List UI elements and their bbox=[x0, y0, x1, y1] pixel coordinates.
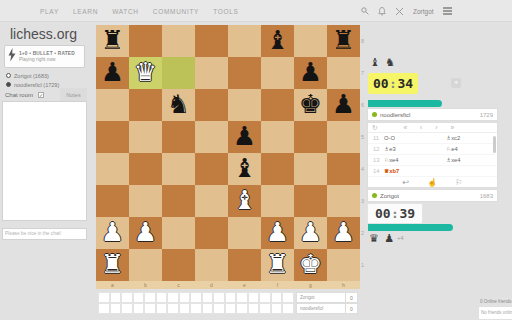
resign-flag-icon[interactable]: ⚐ bbox=[455, 178, 462, 188]
black-rook-h8[interactable]: ♜ bbox=[327, 25, 360, 57]
square-h3[interactable] bbox=[327, 185, 360, 217]
nav-link-tools[interactable]: TOOLS bbox=[213, 8, 238, 15]
bullet-lightning-icon bbox=[8, 48, 16, 66]
white-pawn-h2[interactable]: ♟ bbox=[327, 217, 360, 249]
online-dot bbox=[372, 112, 377, 117]
tray-cell bbox=[133, 292, 145, 303]
game-actions: ↩ ☝ ⚐ bbox=[368, 177, 497, 188]
white-pawn-b2[interactable]: ♟ bbox=[129, 217, 162, 249]
black-pawn-g7[interactable]: ♟ bbox=[294, 57, 327, 89]
captured-pieces-tray bbox=[98, 292, 294, 314]
square-c4[interactable] bbox=[162, 153, 195, 185]
add-time-button[interactable]: + bbox=[451, 78, 461, 88]
tray-cell bbox=[190, 303, 202, 314]
square-b8[interactable] bbox=[129, 25, 162, 57]
black-rook-a8[interactable]: ♜ bbox=[96, 25, 129, 57]
square-h8[interactable]: ♜ bbox=[327, 25, 360, 57]
file-label-h: h bbox=[327, 281, 360, 289]
move-black[interactable]: ♗xc2 bbox=[446, 133, 497, 143]
tray-cell bbox=[110, 292, 122, 303]
square-f5[interactable] bbox=[261, 121, 294, 153]
file-label-f: f bbox=[261, 281, 294, 289]
square-f7[interactable] bbox=[261, 57, 294, 89]
tray-cell bbox=[202, 303, 214, 314]
white-bishop-e3[interactable]: ♝ bbox=[228, 185, 261, 217]
takeback-icon[interactable]: ↩ bbox=[403, 178, 410, 188]
prev-move-button[interactable]: ‹ bbox=[420, 124, 422, 131]
nav-link-community[interactable]: COMMUNITY bbox=[153, 8, 199, 15]
square-h1[interactable] bbox=[327, 249, 360, 281]
move-number: 11 bbox=[368, 133, 384, 143]
tab-notes[interactable]: Notes bbox=[60, 88, 87, 101]
square-c5[interactable] bbox=[162, 121, 195, 153]
square-g3[interactable] bbox=[294, 185, 327, 217]
move-list-scrollbar[interactable] bbox=[493, 136, 496, 153]
square-e2[interactable] bbox=[228, 217, 261, 249]
square-b4[interactable] bbox=[129, 153, 162, 185]
score-row: noodlersficl0 bbox=[296, 303, 358, 314]
tray-cell bbox=[179, 303, 191, 314]
move-row: 11O-O♗xc2 bbox=[368, 133, 497, 144]
top-right-controls: Zortgot bbox=[361, 0, 452, 22]
sidebar-player-label: Zortgot (1683) bbox=[14, 73, 49, 79]
file-label-g: g bbox=[294, 281, 327, 289]
square-d4[interactable] bbox=[195, 153, 228, 185]
black-pawn-e5[interactable]: ♟ bbox=[228, 121, 261, 153]
white-pawn-a2[interactable]: ♟ bbox=[96, 217, 129, 249]
tray-cell bbox=[121, 292, 133, 303]
tray-cell bbox=[156, 292, 168, 303]
friends-empty-label: No friends online bbox=[478, 306, 512, 320]
square-f3[interactable] bbox=[261, 185, 294, 217]
score-value: 0 bbox=[345, 293, 357, 302]
rank-label-1: 1 bbox=[361, 249, 369, 281]
match-score-table: Zortgot0noodlersficl0 bbox=[296, 292, 358, 314]
tray-cell bbox=[282, 303, 294, 314]
tray-cell bbox=[248, 303, 260, 314]
tray-cell bbox=[144, 292, 156, 303]
black-color-circle-icon bbox=[6, 82, 11, 87]
white-rook-a1[interactable]: ♜ bbox=[96, 249, 129, 281]
tray-cell bbox=[225, 303, 237, 314]
player-name: noodlersficl bbox=[380, 112, 410, 118]
search-icon[interactable] bbox=[361, 7, 369, 15]
square-f1[interactable]: ♜ bbox=[261, 249, 294, 281]
draw-offer-icon[interactable]: ☝ bbox=[427, 178, 437, 188]
chat-toggle-checkbox[interactable]: ✓ bbox=[38, 92, 44, 98]
tray-cell bbox=[144, 303, 156, 314]
player-box-black[interactable]: noodlersficl 1729 bbox=[367, 108, 498, 121]
last-move-button[interactable]: » bbox=[450, 124, 454, 131]
square-c6[interactable]: ♞ bbox=[162, 89, 195, 121]
move-list-panel: ↻ « ‹ › » 11O-O♗xc212♗e3♘e413♘xe4♗xe414♕… bbox=[367, 122, 498, 188]
black-time-bar bbox=[368, 100, 442, 107]
bell-icon[interactable] bbox=[378, 7, 386, 16]
square-h2[interactable]: ♟ bbox=[327, 217, 360, 249]
square-b1[interactable] bbox=[129, 249, 162, 281]
move-number: 12 bbox=[368, 144, 384, 154]
white-king-g1[interactable]: ♚ bbox=[294, 249, 327, 281]
white-clock: 00:39 bbox=[367, 203, 423, 224]
score-player-name: Zortgot bbox=[297, 293, 345, 302]
square-g8[interactable] bbox=[294, 25, 327, 57]
move-white[interactable]: ♕xb7 bbox=[384, 166, 446, 176]
square-c2[interactable] bbox=[162, 217, 195, 249]
square-e6[interactable] bbox=[228, 89, 261, 121]
lichess-game-page: PLAYLEARNWATCHCOMMUNITYTOOLS Zortgot lic… bbox=[0, 0, 512, 320]
square-e8[interactable] bbox=[228, 25, 261, 57]
black-pawn-h6[interactable]: ♟ bbox=[327, 89, 360, 121]
square-g6[interactable]: ♚ bbox=[294, 89, 327, 121]
move-row: 12♗e3♘e4 bbox=[368, 144, 497, 155]
tray-cell bbox=[236, 292, 248, 303]
nav-link-watch[interactable]: WATCH bbox=[112, 8, 139, 15]
file-label-b: b bbox=[129, 281, 162, 289]
black-knight-c6[interactable]: ♞ bbox=[162, 89, 195, 121]
move-white[interactable]: O-O bbox=[384, 133, 446, 143]
challenge-swords-icon[interactable] bbox=[395, 7, 404, 16]
square-f2[interactable]: ♟ bbox=[261, 217, 294, 249]
square-d7[interactable] bbox=[195, 57, 228, 89]
chat-title: Chat room bbox=[5, 92, 33, 98]
chess-board: ♜♝♜♟♛♟♞♚♟♟♝♝♟♟♟♟♟♜♜♚ bbox=[96, 25, 360, 281]
chat-messages-area bbox=[2, 101, 87, 221]
square-a1[interactable]: ♜ bbox=[96, 249, 129, 281]
chat-header: Chat room ✓ Notes bbox=[2, 88, 87, 101]
square-a8[interactable]: ♜ bbox=[96, 25, 129, 57]
file-label-d: d bbox=[195, 281, 228, 289]
white-pawn-g2[interactable]: ♟ bbox=[294, 217, 327, 249]
move-white[interactable]: ♘xe4 bbox=[384, 155, 446, 165]
tray-cell bbox=[133, 303, 145, 314]
square-g2[interactable]: ♟ bbox=[294, 217, 327, 249]
tray-cell bbox=[121, 303, 133, 314]
rank-label-8: 8 bbox=[361, 25, 369, 57]
black-bishop-f8[interactable]: ♝ bbox=[261, 25, 294, 57]
sidebar-player-label: noodlersficl (1729) bbox=[14, 82, 59, 88]
move-number: 13 bbox=[368, 155, 384, 165]
white-rook-f1[interactable]: ♜ bbox=[261, 249, 294, 281]
square-h5[interactable] bbox=[327, 121, 360, 153]
square-a4[interactable] bbox=[96, 153, 129, 185]
move-list: 11O-O♗xc212♗e3♘e413♘xe4♗xe414♕xb7 bbox=[368, 133, 497, 177]
square-a5[interactable] bbox=[96, 121, 129, 153]
move-black[interactable]: ♗xe4 bbox=[446, 155, 497, 165]
square-b2[interactable]: ♟ bbox=[129, 217, 162, 249]
square-g7[interactable]: ♟ bbox=[294, 57, 327, 89]
nav-link-learn[interactable]: LEARN bbox=[73, 8, 98, 15]
tray-cell bbox=[271, 292, 283, 303]
square-b6[interactable] bbox=[129, 89, 162, 121]
white-queen-b7[interactable]: ♛ bbox=[129, 57, 162, 89]
top-navbar: PLAYLEARNWATCHCOMMUNITYTOOLS Zortgot bbox=[0, 0, 512, 22]
square-g4[interactable] bbox=[294, 153, 327, 185]
square-g5[interactable] bbox=[294, 121, 327, 153]
file-coordinates: abcdefgh bbox=[96, 281, 360, 289]
tray-cell bbox=[282, 292, 294, 303]
game-info-box: 1+0 • BULLET • RATED Playing right now bbox=[4, 45, 85, 68]
nav-link-play[interactable]: PLAY bbox=[40, 8, 59, 15]
white-color-circle-icon bbox=[6, 73, 11, 78]
white-time-bar bbox=[368, 224, 453, 231]
square-d5[interactable] bbox=[195, 121, 228, 153]
tray-cell bbox=[98, 303, 110, 314]
score-player-name: noodlersficl bbox=[297, 304, 345, 313]
flip-board-icon[interactable]: ↻ bbox=[372, 124, 377, 132]
tray-cell bbox=[202, 292, 214, 303]
square-c8[interactable] bbox=[162, 25, 195, 57]
file-label-e: e bbox=[228, 281, 261, 289]
player-rating: 1683 bbox=[480, 193, 493, 199]
score-row: Zortgot0 bbox=[296, 292, 358, 303]
chat-input[interactable] bbox=[2, 228, 87, 240]
move-black[interactable] bbox=[446, 166, 497, 176]
square-c7[interactable] bbox=[162, 57, 195, 89]
tray-cell bbox=[259, 303, 271, 314]
square-f4[interactable] bbox=[261, 153, 294, 185]
tray-cell bbox=[98, 292, 110, 303]
black-pawn-a7[interactable]: ♟ bbox=[96, 57, 129, 89]
tray-cell bbox=[259, 292, 271, 303]
game-status-label: Playing right now bbox=[19, 57, 75, 62]
square-d6[interactable] bbox=[195, 89, 228, 121]
move-row: 13♘xe4♗xe4 bbox=[368, 155, 497, 166]
nav-links: PLAYLEARNWATCHCOMMUNITYTOOLS bbox=[40, 0, 239, 22]
first-move-button[interactable]: « bbox=[403, 124, 407, 131]
tray-cell bbox=[167, 303, 179, 314]
square-e4[interactable]: ♝ bbox=[228, 153, 261, 185]
square-d2[interactable] bbox=[195, 217, 228, 249]
black-clock: 00:34 bbox=[368, 73, 418, 94]
hamburger-menu-icon[interactable] bbox=[443, 6, 452, 16]
tray-cell bbox=[248, 292, 260, 303]
square-c3[interactable] bbox=[162, 185, 195, 217]
player-list: Zortgot (1683)noodlersficl (1729) bbox=[6, 71, 59, 89]
move-white[interactable]: ♗e3 bbox=[384, 144, 446, 154]
square-g1[interactable]: ♚ bbox=[294, 249, 327, 281]
square-b3[interactable] bbox=[129, 185, 162, 217]
score-value: 0 bbox=[345, 304, 357, 313]
move-nav-toolbar: ↻ « ‹ › » bbox=[368, 123, 497, 133]
captured-by-white: ♛ ♟+4 bbox=[369, 232, 404, 245]
tray-cell bbox=[213, 303, 225, 314]
tray-cell bbox=[179, 292, 191, 303]
player-name: Zortgot bbox=[380, 193, 399, 199]
move-black[interactable]: ♘e4 bbox=[446, 144, 497, 154]
move-row: 14♕xb7 bbox=[368, 166, 497, 177]
tray-cell bbox=[271, 303, 283, 314]
tray-cell bbox=[213, 292, 225, 303]
material-advantage: +4 bbox=[397, 235, 403, 241]
game-mode-label: 1+0 • BULLET • RATED bbox=[19, 51, 75, 56]
header-username[interactable]: Zortgot bbox=[413, 8, 434, 15]
friends-header[interactable]: 0 Online friends bbox=[478, 297, 512, 306]
file-label-a: a bbox=[96, 281, 129, 289]
square-d8[interactable] bbox=[195, 25, 228, 57]
square-h6[interactable]: ♟ bbox=[327, 89, 360, 121]
square-a3[interactable] bbox=[96, 185, 129, 217]
square-f6[interactable] bbox=[261, 89, 294, 121]
square-a7[interactable]: ♟ bbox=[96, 57, 129, 89]
tray-cell bbox=[225, 292, 237, 303]
move-number: 14 bbox=[368, 166, 384, 176]
next-move-button[interactable]: › bbox=[435, 124, 437, 131]
lichess-logo[interactable]: lichess.org bbox=[10, 26, 77, 42]
square-d1[interactable] bbox=[195, 249, 228, 281]
black-king-g6[interactable]: ♚ bbox=[294, 89, 327, 121]
square-f8[interactable]: ♝ bbox=[261, 25, 294, 57]
chat-panel: Chat room ✓ Notes bbox=[2, 88, 87, 240]
square-a2[interactable]: ♟ bbox=[96, 217, 129, 249]
friends-box: 0 Online friends No friends online bbox=[478, 297, 512, 320]
online-dot bbox=[372, 193, 377, 198]
square-e3[interactable]: ♝ bbox=[228, 185, 261, 217]
square-b7[interactable]: ♛ bbox=[129, 57, 162, 89]
tray-cell bbox=[110, 303, 122, 314]
square-e1[interactable] bbox=[228, 249, 261, 281]
tray-cell bbox=[167, 292, 179, 303]
square-h7[interactable] bbox=[327, 57, 360, 89]
file-label-c: c bbox=[162, 281, 195, 289]
white-pawn-f2[interactable]: ♟ bbox=[261, 217, 294, 249]
square-h4[interactable] bbox=[327, 153, 360, 185]
captured-by-black: ♝ ♞ bbox=[370, 56, 396, 69]
player-box-white[interactable]: Zortgot 1683 bbox=[367, 189, 498, 202]
square-a6[interactable] bbox=[96, 89, 129, 121]
tray-cell bbox=[190, 292, 202, 303]
square-e5[interactable]: ♟ bbox=[228, 121, 261, 153]
tray-cell bbox=[236, 303, 248, 314]
square-d3[interactable] bbox=[195, 185, 228, 217]
square-e7[interactable] bbox=[228, 57, 261, 89]
player-rating: 1729 bbox=[480, 112, 493, 118]
black-bishop-e4[interactable]: ♝ bbox=[228, 153, 261, 185]
square-c1[interactable] bbox=[162, 249, 195, 281]
sidebar-player-white[interactable]: Zortgot (1683) bbox=[6, 71, 59, 80]
tray-cell bbox=[156, 303, 168, 314]
square-b5[interactable] bbox=[129, 121, 162, 153]
